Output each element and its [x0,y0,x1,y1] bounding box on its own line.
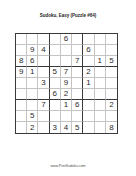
sudoku-cell-r3c3 [38,56,49,67]
sudoku-cell-r3c4 [50,56,61,67]
sudoku-cell-r7c3: 7 [38,100,49,111]
sudoku-cell-r6c4: 6 [50,89,61,100]
sudoku-cell-r8c9 [106,111,117,122]
sudoku-cell-r3c9: 5 [106,56,117,67]
sudoku-cell-r5c7: 1 [83,78,94,89]
sudoku-cell-r2c2: 9 [27,45,38,56]
sudoku-cell-r6c1 [16,89,27,100]
sudoku-cell-r4c6 [72,67,83,78]
sudoku-cell-r7c5: 1 [61,100,72,111]
sudoku-cell-r7c9: 2 [106,100,117,111]
sudoku-cell-r8c6 [72,111,83,122]
sudoku-cell-r1c6 [72,34,83,45]
sudoku-cell-r7c6: 6 [72,100,83,111]
sudoku-cell-r7c4 [50,100,61,111]
sudoku-cell-r7c8 [95,100,106,111]
sudoku-cell-r2c5 [61,45,72,56]
sudoku-cell-r6c8 [95,89,106,100]
sudoku-cell-r3c6: 7 [72,56,83,67]
sudoku-cell-r1c9 [106,34,117,45]
sudoku-cell-r2c3: 4 [38,45,49,56]
sudoku-cell-r5c2 [27,78,38,89]
sudoku-cell-r4c5: 7 [61,67,72,78]
sudoku-cell-r3c7 [83,56,94,67]
sudoku-cell-r9c8 [95,122,106,133]
sudoku-cell-r9c7 [83,122,94,133]
sudoku-cell-r9c4: 3 [50,122,61,133]
sudoku-cell-r9c9: 8 [106,122,117,133]
sudoku-cell-r1c2 [27,34,38,45]
sudoku-cell-r4c4: 5 [50,67,61,78]
sudoku-cell-r4c9 [106,67,117,78]
sudoku-cell-r5c8 [95,78,106,89]
sudoku-cell-r8c5 [61,111,72,122]
sudoku-cell-r9c3 [38,122,49,133]
sudoku-cell-r9c2: 2 [27,122,38,133]
sudoku-cell-r1c4 [50,34,61,45]
sudoku-cell-r2c8 [95,45,106,56]
sudoku-cell-r2c9 [106,45,117,56]
sudoku-cell-r3c8: 1 [95,56,106,67]
sudoku-cell-r5c4 [50,78,61,89]
sudoku-cell-r1c1 [16,34,27,45]
sudoku-board: 69468671591572391627162523458 [15,33,118,134]
sudoku-cell-r6c9 [106,89,117,100]
sudoku-cell-r2c1 [16,45,27,56]
sudoku-cell-r7c7 [83,100,94,111]
sudoku-cell-r7c2 [27,100,38,111]
sudoku-cell-r6c6 [72,89,83,100]
sudoku-cell-r5c1 [16,78,27,89]
sudoku-cell-r2c6 [72,45,83,56]
footer-url: www.PrintSudoku.com [0,164,136,168]
sudoku-cell-r2c4 [50,45,61,56]
sudoku-cell-r8c1 [16,111,27,122]
sudoku-cell-r4c8 [95,67,106,78]
sudoku-cell-r6c3 [38,89,49,100]
sudoku-cell-r4c1: 9 [16,67,27,78]
sudoku-cell-r8c4 [50,111,61,122]
sudoku-cell-r8c7 [83,111,94,122]
sudoku-cell-r3c1: 8 [16,56,27,67]
sudoku-cell-r4c3 [38,67,49,78]
sudoku-cell-r6c5: 2 [61,89,72,100]
sudoku-cell-r8c3 [38,111,49,122]
sudoku-cell-r8c2: 5 [27,111,38,122]
sudoku-cell-r1c3 [38,34,49,45]
sudoku-cell-r9c5: 4 [61,122,72,133]
sudoku-cell-r5c6 [72,78,83,89]
sudoku-cell-r9c6: 5 [72,122,83,133]
page-title: Sudoku, Easy (Puzzle #64) [0,13,136,18]
sudoku-cell-r2c7: 6 [83,45,94,56]
sudoku-cell-r4c2: 1 [27,67,38,78]
sudoku-cell-r8c8 [95,111,106,122]
sudoku-cell-r5c5: 9 [61,78,72,89]
sudoku-cell-r3c5 [61,56,72,67]
sudoku-cell-r7c1 [16,100,27,111]
sudoku-cell-r9c1 [16,122,27,133]
sudoku-cell-r4c7: 2 [83,67,94,78]
sudoku-cell-r6c7 [83,89,94,100]
sudoku-cell-r6c2 [27,89,38,100]
sudoku-cell-r5c9 [106,78,117,89]
sudoku-cell-r5c3: 3 [38,78,49,89]
sudoku-cell-r1c7 [83,34,94,45]
sudoku-cell-r3c2: 6 [27,56,38,67]
sudoku-cell-r1c8 [95,34,106,45]
sudoku-cell-r1c5: 6 [61,34,72,45]
